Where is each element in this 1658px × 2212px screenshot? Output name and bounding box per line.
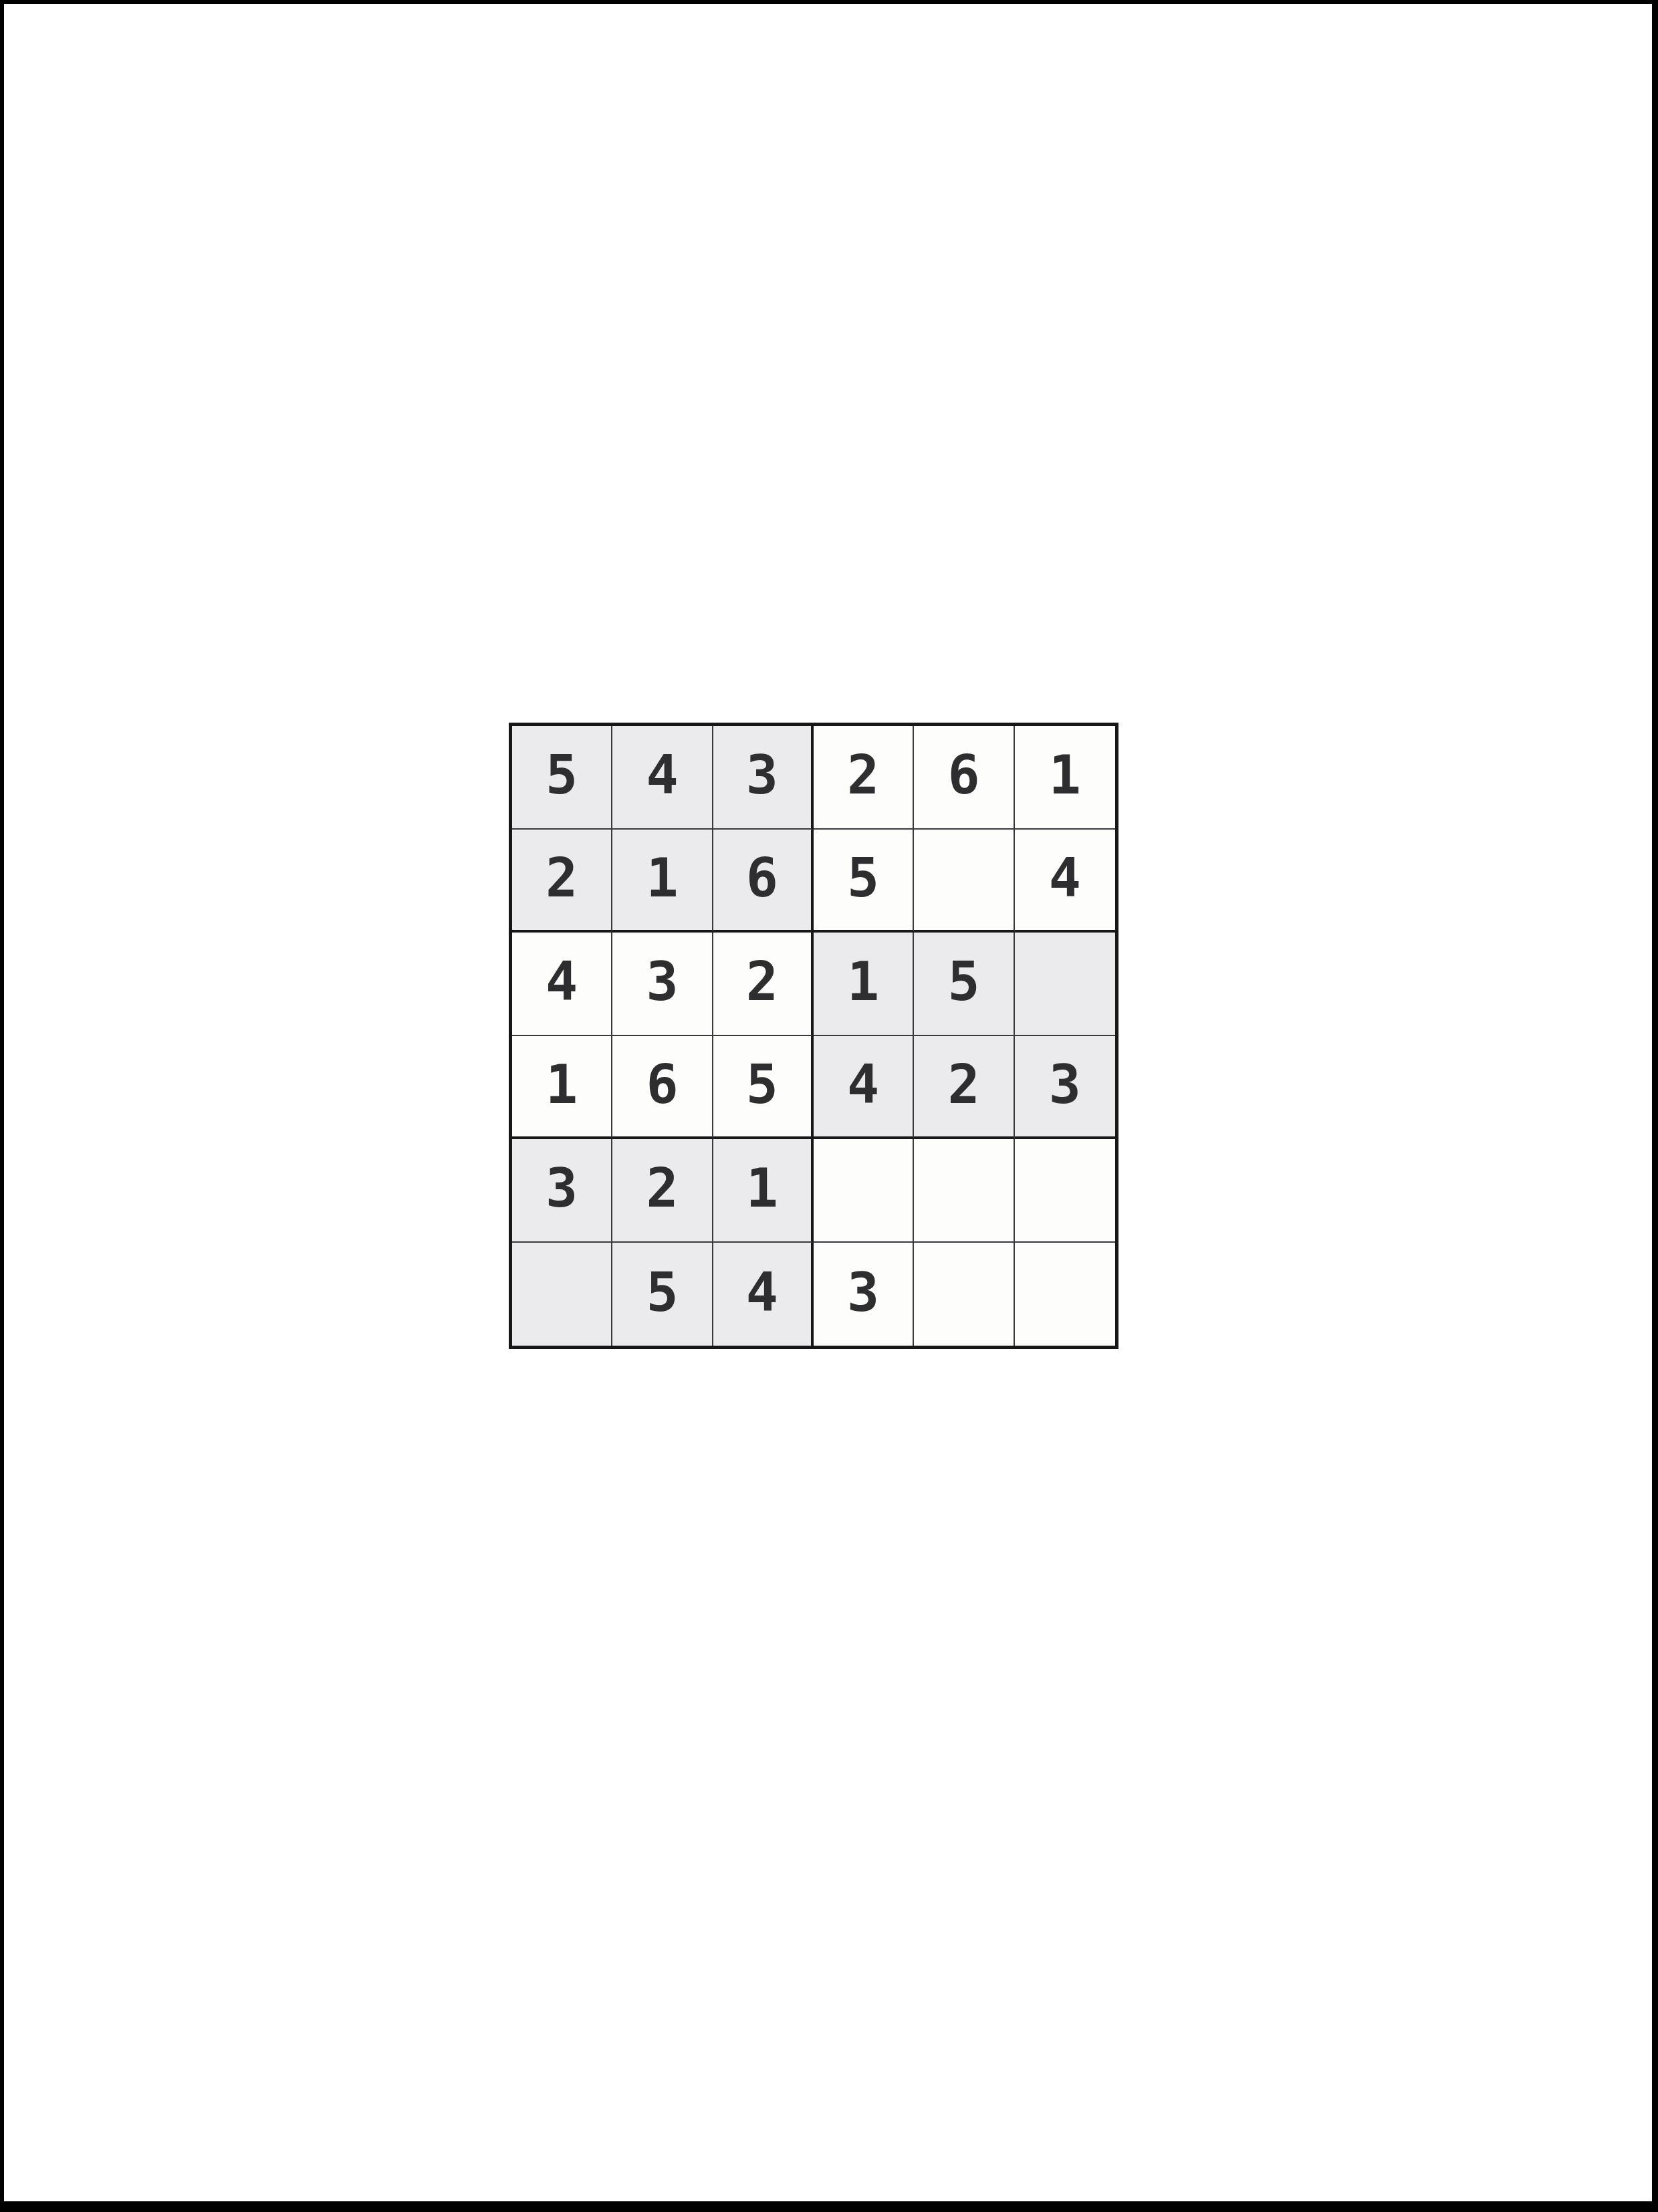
given-digit: 4 — [546, 955, 578, 1009]
given-digit: 2 — [546, 852, 578, 905]
given-digit: 4 — [847, 1058, 879, 1112]
cell-r6c2: 5 — [612, 1243, 713, 1346]
cell-r6c5[interactable] — [914, 1243, 1014, 1346]
given-digit: 5 — [947, 955, 979, 1009]
given-digit: 5 — [847, 852, 879, 905]
given-digit: 2 — [746, 955, 778, 1009]
cell-r6c4: 3 — [814, 1243, 914, 1346]
given-digit: 2 — [947, 1058, 979, 1112]
cell-r4c1: 1 — [512, 1036, 612, 1140]
cell-r2c3: 6 — [713, 830, 814, 933]
given-digit: 6 — [947, 749, 979, 802]
cell-r1c6: 1 — [1015, 726, 1115, 830]
cell-r3c2: 3 — [612, 933, 713, 1036]
scanned-page: 5432612165443215165423321543 — [0, 0, 1658, 2212]
cell-r2c2: 1 — [612, 830, 713, 933]
cell-r4c5: 2 — [914, 1036, 1014, 1140]
cell-r5c4[interactable] — [814, 1139, 914, 1243]
given-digit: 6 — [746, 852, 778, 905]
cell-r2c5[interactable] — [914, 830, 1014, 933]
given-digit: 5 — [646, 1266, 678, 1320]
cell-r5c6[interactable] — [1015, 1139, 1115, 1243]
cell-r5c3: 1 — [713, 1139, 814, 1243]
cell-r2c4: 5 — [814, 830, 914, 933]
cell-r5c5[interactable] — [914, 1139, 1014, 1243]
given-digit: 6 — [646, 1058, 678, 1112]
given-digit: 1 — [847, 955, 879, 1009]
given-digit: 4 — [746, 1266, 778, 1320]
given-digit: 5 — [546, 749, 578, 802]
given-digit: 4 — [646, 749, 678, 802]
given-digit: 3 — [1049, 1058, 1081, 1112]
cell-r1c4: 2 — [814, 726, 914, 830]
cell-r2c6: 4 — [1015, 830, 1115, 933]
cell-r3c4: 1 — [814, 933, 914, 1036]
sudoku-board: 5432612165443215165423321543 — [509, 723, 1118, 1349]
given-digit: 2 — [646, 1162, 678, 1215]
cell-r5c2: 2 — [612, 1139, 713, 1243]
given-digit: 4 — [1049, 852, 1081, 905]
cell-r5c1: 3 — [512, 1139, 612, 1243]
given-digit: 2 — [847, 749, 879, 802]
cell-r1c3: 3 — [713, 726, 814, 830]
cell-r2c1: 2 — [512, 830, 612, 933]
cell-r4c6: 3 — [1015, 1036, 1115, 1140]
cell-r6c1[interactable] — [512, 1243, 612, 1346]
given-digit: 3 — [847, 1266, 879, 1320]
cell-r4c4: 4 — [814, 1036, 914, 1140]
cell-r3c6[interactable] — [1015, 933, 1115, 1036]
given-digit: 3 — [746, 749, 778, 802]
given-digit: 1 — [646, 852, 678, 905]
cell-r4c3: 5 — [713, 1036, 814, 1140]
cell-r6c6[interactable] — [1015, 1243, 1115, 1346]
cell-r1c5: 6 — [914, 726, 1014, 830]
given-digit: 1 — [1049, 749, 1081, 802]
cell-r3c1: 4 — [512, 933, 612, 1036]
given-digit: 5 — [746, 1058, 778, 1112]
given-digit: 3 — [646, 955, 678, 1009]
cell-r1c2: 4 — [612, 726, 713, 830]
cell-r3c5: 5 — [914, 933, 1014, 1036]
cell-r3c3: 2 — [713, 933, 814, 1036]
cell-r4c2: 6 — [612, 1036, 713, 1140]
cell-r6c3: 4 — [713, 1243, 814, 1346]
given-digit: 1 — [546, 1058, 578, 1112]
cell-r1c1: 5 — [512, 726, 612, 830]
given-digit: 1 — [746, 1162, 778, 1215]
given-digit: 3 — [546, 1162, 578, 1215]
